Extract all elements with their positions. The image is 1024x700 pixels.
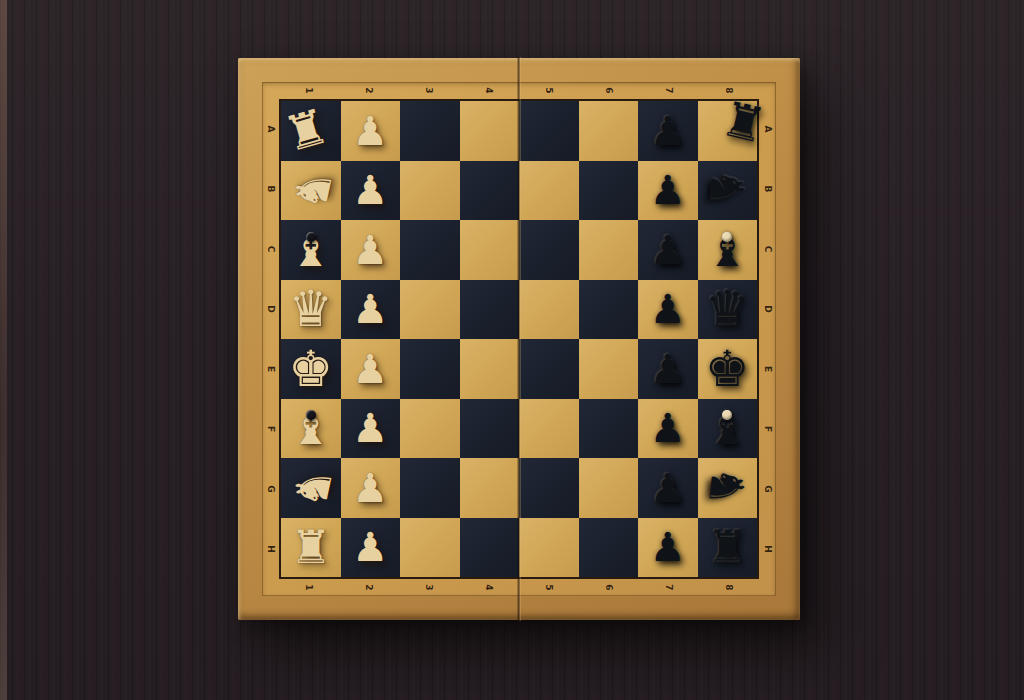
square-D7: ♟ <box>638 280 698 340</box>
square-D5 <box>519 280 579 340</box>
square-E2: ♟ <box>341 339 401 399</box>
square-A8: ♜ <box>698 101 758 161</box>
square-C4 <box>460 220 520 280</box>
piece-black-queen-d8: ♛ <box>705 284 750 334</box>
square-E8: ♚ <box>698 339 758 399</box>
square-B6 <box>579 161 639 221</box>
piece-black-pawn-c7: ♟ <box>650 230 686 270</box>
piece-white-pawn-a2: ♟ <box>352 111 388 151</box>
piece-white-pawn-b2: ♟ <box>352 170 388 210</box>
square-H8: ♜ <box>698 518 758 578</box>
square-B2: ♟ <box>341 161 401 221</box>
piece-white-bishop-c1: ♝ <box>290 227 331 273</box>
piece-black-pawn-b7: ♟ <box>650 170 686 210</box>
bishop-finial <box>722 232 732 242</box>
square-D1: ♛ <box>281 280 341 340</box>
piece-black-pawn-e7: ♟ <box>650 349 686 389</box>
square-D6 <box>579 280 639 340</box>
piece-white-pawn-f2: ♟ <box>352 408 388 448</box>
square-E1: ♚ <box>281 339 341 399</box>
piece-black-bishop-f8: ♝ <box>707 405 748 451</box>
square-F4 <box>460 399 520 459</box>
square-B4 <box>460 161 520 221</box>
labels-left: ABCDEFGH <box>262 99 279 579</box>
square-A2: ♟ <box>341 101 401 161</box>
square-H2: ♟ <box>341 518 401 578</box>
square-F1: ♝ <box>281 399 341 459</box>
square-B3 <box>400 161 460 221</box>
piece-black-bishop-c8: ♝ <box>707 227 748 273</box>
square-B1: ♞ <box>281 161 341 221</box>
piece-white-king-e1: ♚ <box>288 344 333 394</box>
square-G6 <box>579 458 639 518</box>
square-E6 <box>579 339 639 399</box>
square-B8: ♞ <box>698 161 758 221</box>
piece-black-pawn-f7: ♟ <box>650 408 686 448</box>
square-F8: ♝ <box>698 399 758 459</box>
square-D4 <box>460 280 520 340</box>
square-F5 <box>519 399 579 459</box>
square-C7: ♟ <box>638 220 698 280</box>
square-C8: ♝ <box>698 220 758 280</box>
piece-black-knight-g8: ♞ <box>701 464 751 510</box>
piece-white-pawn-e2: ♟ <box>352 349 388 389</box>
bishop-finial <box>306 410 316 420</box>
square-H3 <box>400 518 460 578</box>
piece-black-pawn-g7: ♟ <box>650 468 686 508</box>
square-A6 <box>579 101 639 161</box>
square-C2: ♟ <box>341 220 401 280</box>
square-D3 <box>400 280 460 340</box>
square-H4 <box>460 518 520 578</box>
square-G1: ♞ <box>281 458 341 518</box>
piece-white-knight-g1: ♞ <box>286 462 340 512</box>
labels-right: ABCDEFGH <box>759 99 776 579</box>
square-E4 <box>460 339 520 399</box>
chess-board: 12345678 12345678 ABCDEFGH ABCDEFGH ♜♟♟♜… <box>238 58 800 620</box>
square-G5 <box>519 458 579 518</box>
square-C3 <box>400 220 460 280</box>
piece-black-pawn-h7: ♟ <box>650 527 686 567</box>
table-background: 12345678 12345678 ABCDEFGH ABCDEFGH ♜♟♟♜… <box>0 0 1024 700</box>
piece-white-pawn-d2: ♟ <box>352 289 388 329</box>
square-G7: ♟ <box>638 458 698 518</box>
square-H5 <box>519 518 579 578</box>
piece-black-rook-h8: ♜ <box>707 524 748 570</box>
piece-white-rook-h1: ♜ <box>290 524 331 570</box>
square-H1: ♜ <box>281 518 341 578</box>
piece-black-pawn-a7: ♟ <box>650 111 686 151</box>
square-B7: ♟ <box>638 161 698 221</box>
piece-black-king-e8: ♚ <box>705 344 750 394</box>
square-C1: ♝ <box>281 220 341 280</box>
piece-white-bishop-f1: ♝ <box>290 405 331 451</box>
piece-white-pawn-g2: ♟ <box>352 468 388 508</box>
square-G3 <box>400 458 460 518</box>
square-D2: ♟ <box>341 280 401 340</box>
piece-white-pawn-h2: ♟ <box>352 527 388 567</box>
piece-white-pawn-c2: ♟ <box>352 230 388 270</box>
square-H7: ♟ <box>638 518 698 578</box>
square-G4 <box>460 458 520 518</box>
square-E3 <box>400 339 460 399</box>
square-F3 <box>400 399 460 459</box>
square-A1: ♜ <box>281 101 341 161</box>
square-C6 <box>579 220 639 280</box>
piece-white-queen-d1: ♛ <box>288 284 333 334</box>
piece-white-rook-a1: ♜ <box>279 101 333 159</box>
square-E7: ♟ <box>638 339 698 399</box>
piece-black-pawn-d7: ♟ <box>650 289 686 329</box>
square-H6 <box>579 518 639 578</box>
square-D8: ♛ <box>698 280 758 340</box>
square-A7: ♟ <box>638 101 698 161</box>
square-E5 <box>519 339 579 399</box>
square-A4 <box>460 101 520 161</box>
square-G2: ♟ <box>341 458 401 518</box>
square-C5 <box>519 220 579 280</box>
fold-seam <box>517 57 521 621</box>
square-F2: ♟ <box>341 399 401 459</box>
bishop-finial <box>306 232 316 242</box>
square-F6 <box>579 399 639 459</box>
bishop-finial <box>722 410 732 420</box>
square-A3 <box>400 101 460 161</box>
piece-black-knight-b8: ♞ <box>701 166 751 212</box>
square-B5 <box>519 161 579 221</box>
square-F7: ♟ <box>638 399 698 459</box>
piece-white-knight-b1: ♞ <box>286 165 340 215</box>
square-G8: ♞ <box>698 458 758 518</box>
square-A5 <box>519 101 579 161</box>
